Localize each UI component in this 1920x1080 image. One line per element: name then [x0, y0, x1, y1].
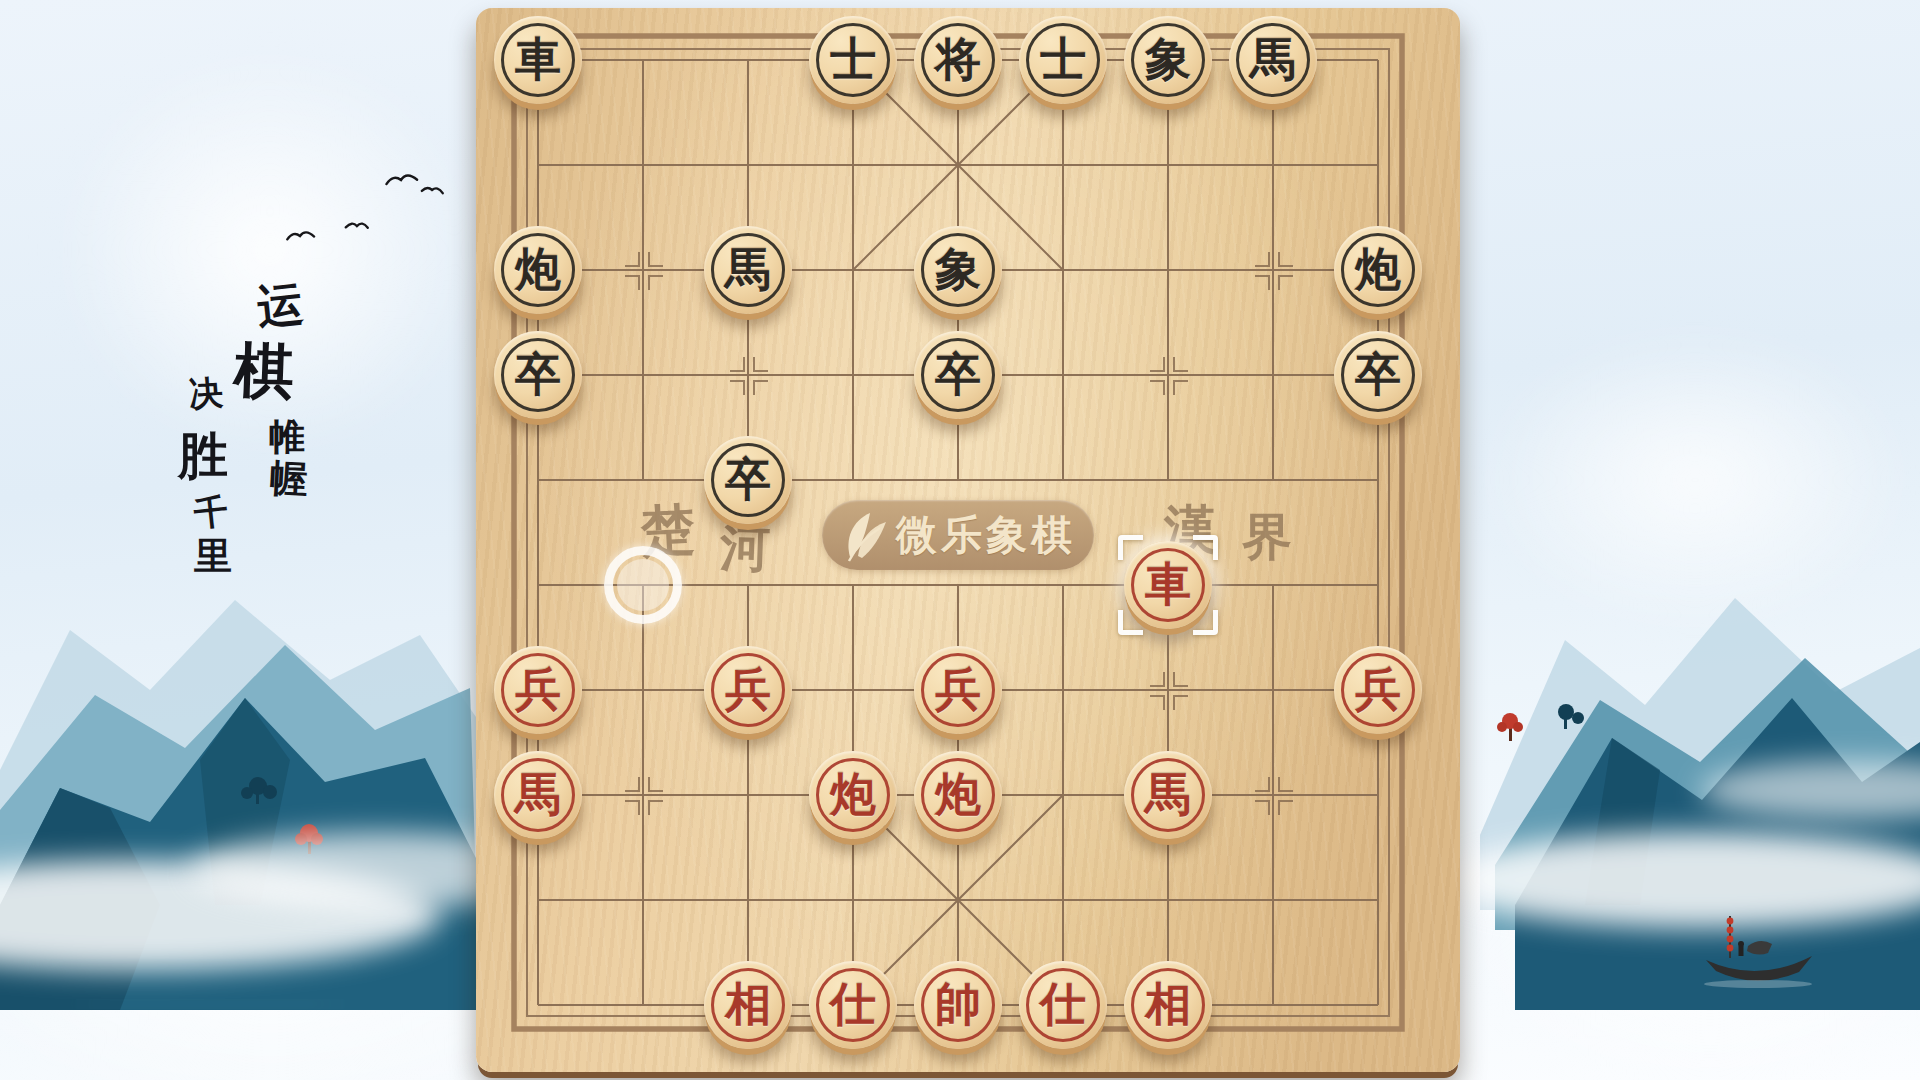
piece-red-advisor[interactable]: 仕	[809, 961, 897, 1049]
piece-red-soldier[interactable]: 兵	[494, 646, 582, 734]
piece-red-horse[interactable]: 馬	[1124, 751, 1212, 839]
piece-black-chariot[interactable]: 車	[494, 16, 582, 104]
river-text-han-jie: 界	[1242, 504, 1292, 571]
piece-black-horse[interactable]: 馬	[1229, 16, 1317, 104]
last-move-origin-marker	[604, 546, 682, 624]
piece-black-elephant[interactable]: 象	[914, 226, 1002, 314]
piece-black-elephant[interactable]: 象	[1124, 16, 1212, 104]
piece-black-soldier[interactable]: 卒	[704, 436, 792, 524]
piece-red-chariot[interactable]: 車	[1124, 541, 1212, 629]
app-logo-badge: 微乐象棋	[822, 500, 1094, 570]
piece-black-soldier[interactable]: 卒	[1334, 331, 1422, 419]
piece-red-elephant[interactable]: 相	[704, 961, 792, 1049]
piece-red-general[interactable]: 帥	[914, 961, 1002, 1049]
app-logo-text: 微乐象棋	[896, 508, 1076, 563]
piece-black-advisor[interactable]: 士	[1019, 16, 1107, 104]
piece-black-horse[interactable]: 馬	[704, 226, 792, 314]
piece-red-horse[interactable]: 馬	[494, 751, 582, 839]
piece-black-general[interactable]: 将	[914, 16, 1002, 104]
piece-red-soldier[interactable]: 兵	[1334, 646, 1422, 734]
piece-black-advisor[interactable]: 士	[809, 16, 897, 104]
piece-black-soldier[interactable]: 卒	[914, 331, 1002, 419]
xiangqi-app-screen: 运棋帷幄决胜千里 楚河漢界 微乐象棋 車士将士象馬炮馬象炮卒卒卒卒車兵兵兵兵馬炮…	[0, 0, 1920, 1080]
piece-black-cannon[interactable]: 炮	[494, 226, 582, 314]
piece-red-advisor[interactable]: 仕	[1019, 961, 1107, 1049]
piece-black-cannon[interactable]: 炮	[1334, 226, 1422, 314]
piece-red-cannon[interactable]: 炮	[809, 751, 897, 839]
river-text-chu-he: 河	[719, 515, 771, 584]
piece-red-soldier[interactable]: 兵	[704, 646, 792, 734]
piece-red-soldier[interactable]: 兵	[914, 646, 1002, 734]
piece-red-elephant[interactable]: 相	[1124, 961, 1212, 1049]
piece-red-cannon[interactable]: 炮	[914, 751, 1002, 839]
leaf-logo-icon	[834, 506, 890, 564]
piece-black-soldier[interactable]: 卒	[494, 331, 582, 419]
